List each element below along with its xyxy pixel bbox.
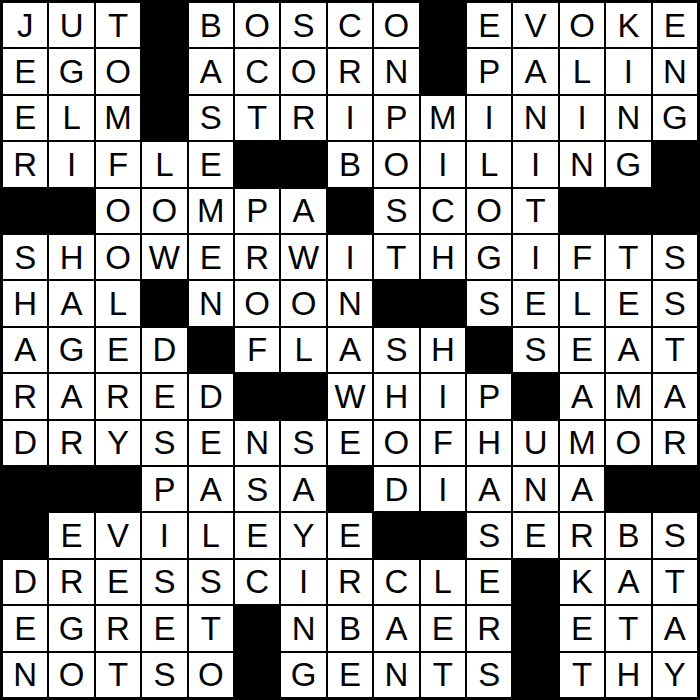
block-cell-r11c3	[96, 467, 140, 511]
letter-cell-r11c10[interactable]: I	[421, 467, 465, 511]
letter-cell-r3c12[interactable]: N	[513, 96, 557, 140]
letter-cell-r4c3[interactable]: F	[96, 142, 140, 186]
letter-cell-r1c5[interactable]: B	[189, 3, 233, 47]
block-cell-r4c6	[235, 142, 279, 186]
letter-cell-r3c10[interactable]: M	[421, 96, 465, 140]
letter-cell-r9c9[interactable]: H	[374, 374, 418, 418]
letter-cell-r3c7[interactable]: R	[281, 96, 325, 140]
letter-cell-r12c8[interactable]: E	[328, 513, 372, 557]
block-cell-r9c12	[513, 374, 557, 418]
letter-cell-r7c13[interactable]: L	[560, 281, 604, 325]
letter-cell-r12c15[interactable]: S	[653, 513, 697, 557]
letter-cell-r10c3[interactable]: Y	[96, 421, 140, 465]
letter-cell-r3c3[interactable]: M	[96, 96, 140, 140]
letter-cell-r10c4[interactable]: S	[142, 421, 186, 465]
block-cell-r8c5	[189, 328, 233, 372]
letter-cell-r7c6[interactable]: O	[235, 281, 279, 325]
letter-cell-r2c7[interactable]: O	[281, 49, 325, 93]
letter-cell-r14c7[interactable]: N	[281, 606, 325, 650]
letter-cell-r4c11[interactable]: L	[467, 142, 511, 186]
letter-cell-r2c14[interactable]: I	[606, 49, 650, 93]
block-cell-r5c8	[328, 189, 372, 233]
letter-cell-r1c9[interactable]: O	[374, 3, 418, 47]
letter-cell-r6c8[interactable]: I	[328, 235, 372, 279]
letter-cell-r15c11[interactable]: S	[467, 653, 511, 697]
letter-cell-r13c7[interactable]: I	[281, 560, 325, 604]
letter-cell-r13c6[interactable]: C	[235, 560, 279, 604]
letter-cell-r13c4[interactable]: S	[142, 560, 186, 604]
letter-cell-r5c9[interactable]: S	[374, 189, 418, 233]
letter-cell-r4c4[interactable]: L	[142, 142, 186, 186]
block-cell-r2c10	[421, 49, 465, 93]
letter-cell-r12c4[interactable]: I	[142, 513, 186, 557]
letter-cell-r4c12[interactable]: I	[513, 142, 557, 186]
letter-cell-r5c12[interactable]: T	[513, 189, 557, 233]
block-cell-r12c1	[3, 513, 47, 557]
letter-cell-r9c14[interactable]: M	[606, 374, 650, 418]
letter-cell-r3c5[interactable]: S	[189, 96, 233, 140]
letter-cell-r10c5[interactable]: E	[189, 421, 233, 465]
letter-cell-r8c4[interactable]: D	[142, 328, 186, 372]
block-cell-r13c12	[513, 560, 557, 604]
letter-cell-r3c6[interactable]: T	[235, 96, 279, 140]
letter-cell-r7c12[interactable]: E	[513, 281, 557, 325]
letter-cell-r12c5[interactable]: L	[189, 513, 233, 557]
letter-cell-r14c1[interactable]: E	[3, 606, 47, 650]
letter-cell-r14c5[interactable]: T	[189, 606, 233, 650]
letter-cell-r14c10[interactable]: E	[421, 606, 465, 650]
letter-cell-r1c14[interactable]: K	[606, 3, 650, 47]
block-cell-r15c12	[513, 653, 557, 697]
letter-cell-r10c8[interactable]: E	[328, 421, 372, 465]
letter-cell-r15c1[interactable]: N	[3, 653, 47, 697]
letter-cell-r8c12[interactable]: S	[513, 328, 557, 372]
letter-cell-r12c11[interactable]: S	[467, 513, 511, 557]
block-cell-r9c7	[281, 374, 325, 418]
letter-cell-r6c11[interactable]: G	[467, 235, 511, 279]
letter-cell-r10c2[interactable]: R	[49, 421, 93, 465]
letter-cell-r11c4[interactable]: P	[142, 467, 186, 511]
letter-cell-r8c6[interactable]: F	[235, 328, 279, 372]
letter-cell-r12c2[interactable]: E	[49, 513, 93, 557]
letter-cell-r13c15[interactable]: T	[653, 560, 697, 604]
letter-cell-r10c9[interactable]: O	[374, 421, 418, 465]
letter-cell-r14c9[interactable]: A	[374, 606, 418, 650]
letter-cell-r8c1[interactable]: A	[3, 328, 47, 372]
block-cell-r11c2	[49, 467, 93, 511]
letter-cell-r6c5[interactable]: E	[189, 235, 233, 279]
letter-cell-r6c15[interactable]: S	[653, 235, 697, 279]
letter-cell-r1c7[interactable]: S	[281, 3, 325, 47]
letter-cell-r15c15[interactable]: Y	[653, 653, 697, 697]
letter-cell-r3c11[interactable]: I	[467, 96, 511, 140]
letter-cell-r1c3[interactable]: T	[96, 3, 140, 47]
letter-cell-r3c15[interactable]: G	[653, 96, 697, 140]
letter-cell-r8c2[interactable]: G	[49, 328, 93, 372]
letter-cell-r10c7[interactable]: S	[281, 421, 325, 465]
letter-cell-r12c7[interactable]: Y	[281, 513, 325, 557]
block-cell-r5c13	[560, 189, 604, 233]
letter-cell-r11c7[interactable]: A	[281, 467, 325, 511]
letter-cell-r5c5[interactable]: M	[189, 189, 233, 233]
letter-cell-r12c12[interactable]: E	[513, 513, 557, 557]
letter-cell-r4c9[interactable]: O	[374, 142, 418, 186]
letter-cell-r13c1[interactable]: D	[3, 560, 47, 604]
letter-cell-r8c10[interactable]: H	[421, 328, 465, 372]
block-cell-r4c7	[281, 142, 325, 186]
letter-cell-r7c7[interactable]: O	[281, 281, 325, 325]
letter-cell-r14c11[interactable]: R	[467, 606, 511, 650]
letter-cell-r6c9[interactable]: T	[374, 235, 418, 279]
letter-cell-r11c5[interactable]: A	[189, 467, 233, 511]
letter-cell-r1c8[interactable]: C	[328, 3, 372, 47]
letter-cell-r14c2[interactable]: G	[49, 606, 93, 650]
block-cell-r3c4	[142, 96, 186, 140]
letter-cell-r3c14[interactable]: N	[606, 96, 650, 140]
letter-cell-r6c3[interactable]: O	[96, 235, 140, 279]
letter-cell-r4c8[interactable]: B	[328, 142, 372, 186]
letter-cell-r8c15[interactable]: T	[653, 328, 697, 372]
letter-cell-r3c2[interactable]: L	[49, 96, 93, 140]
letter-cell-r13c5[interactable]: S	[189, 560, 233, 604]
letter-cell-r3c1[interactable]: E	[3, 96, 47, 140]
letter-cell-r4c1[interactable]: R	[3, 142, 47, 186]
letter-cell-r5c6[interactable]: P	[235, 189, 279, 233]
letter-cell-r4c14[interactable]: G	[606, 142, 650, 186]
letter-cell-r5c10[interactable]: C	[421, 189, 465, 233]
letter-cell-r13c3[interactable]: E	[96, 560, 140, 604]
letter-cell-r14c13[interactable]: E	[560, 606, 604, 650]
letter-cell-r2c12[interactable]: A	[513, 49, 557, 93]
block-cell-r12c9	[374, 513, 418, 557]
letter-cell-r7c2[interactable]: A	[49, 281, 93, 325]
letter-cell-r10c12[interactable]: U	[513, 421, 557, 465]
letter-cell-r13c2[interactable]: R	[49, 560, 93, 604]
letter-cell-r7c15[interactable]: S	[653, 281, 697, 325]
letter-cell-r1c13[interactable]: O	[560, 3, 604, 47]
letter-cell-r4c5[interactable]: E	[189, 142, 233, 186]
letter-cell-r15c9[interactable]: N	[374, 653, 418, 697]
letter-cell-r4c10[interactable]: I	[421, 142, 465, 186]
letter-cell-r15c8[interactable]: E	[328, 653, 372, 697]
letter-cell-r8c8[interactable]: A	[328, 328, 372, 372]
letter-cell-r6c13[interactable]: F	[560, 235, 604, 279]
letter-cell-r12c13[interactable]: R	[560, 513, 604, 557]
block-cell-r11c14	[606, 467, 650, 511]
letter-cell-r3c9[interactable]: P	[374, 96, 418, 140]
letter-cell-r9c15[interactable]: A	[653, 374, 697, 418]
letter-cell-r8c14[interactable]: A	[606, 328, 650, 372]
letter-cell-r9c1[interactable]: R	[3, 374, 47, 418]
letter-cell-r6c6[interactable]: R	[235, 235, 279, 279]
letter-cell-r10c6[interactable]: N	[235, 421, 279, 465]
letter-cell-r1c12[interactable]: V	[513, 3, 557, 47]
block-cell-r8c11	[467, 328, 511, 372]
letter-cell-r2c8[interactable]: R	[328, 49, 372, 93]
letter-cell-r2c3[interactable]: O	[96, 49, 140, 93]
letter-cell-r9c13[interactable]: A	[560, 374, 604, 418]
letter-cell-r3c13[interactable]: I	[560, 96, 604, 140]
letter-cell-r10c11[interactable]: H	[467, 421, 511, 465]
letter-cell-r5c3[interactable]: O	[96, 189, 140, 233]
letter-cell-r6c2[interactable]: H	[49, 235, 93, 279]
letter-cell-r5c11[interactable]: O	[467, 189, 511, 233]
letter-cell-r15c10[interactable]: T	[421, 653, 465, 697]
letter-cell-r14c8[interactable]: B	[328, 606, 372, 650]
letter-cell-r2c6[interactable]: C	[235, 49, 279, 93]
letter-cell-r8c7[interactable]: L	[281, 328, 325, 372]
letter-cell-r11c11[interactable]: A	[467, 467, 511, 511]
block-cell-r1c4	[142, 3, 186, 47]
letter-cell-r14c15[interactable]: A	[653, 606, 697, 650]
letter-cell-r6c1[interactable]: S	[3, 235, 47, 279]
letter-cell-r14c14[interactable]: T	[606, 606, 650, 650]
letter-cell-r15c14[interactable]: H	[606, 653, 650, 697]
letter-cell-r2c15[interactable]: N	[653, 49, 697, 93]
letter-cell-r1c2[interactable]: U	[49, 3, 93, 47]
letter-cell-r2c2[interactable]: G	[49, 49, 93, 93]
letter-cell-r6c14[interactable]: T	[606, 235, 650, 279]
block-cell-r15c6	[235, 653, 279, 697]
block-cell-r11c15	[653, 467, 697, 511]
block-cell-r11c1	[3, 467, 47, 511]
letter-cell-r15c13[interactable]: T	[560, 653, 604, 697]
letter-cell-r5c4[interactable]: O	[142, 189, 186, 233]
letter-cell-r13c9[interactable]: C	[374, 560, 418, 604]
letter-cell-r10c15[interactable]: R	[653, 421, 697, 465]
letter-cell-r1c11[interactable]: E	[467, 3, 511, 47]
block-cell-r2c4	[142, 49, 186, 93]
letter-cell-r2c13[interactable]: L	[560, 49, 604, 93]
letter-cell-r13c8[interactable]: R	[328, 560, 372, 604]
letter-cell-r12c14[interactable]: B	[606, 513, 650, 557]
letter-cell-r7c11[interactable]: S	[467, 281, 511, 325]
letter-cell-r9c11[interactable]: P	[467, 374, 511, 418]
letter-cell-r6c12[interactable]: I	[513, 235, 557, 279]
letter-cell-r4c13[interactable]: N	[560, 142, 604, 186]
block-cell-r1c10	[421, 3, 465, 47]
letter-cell-r1c1[interactable]: J	[3, 3, 47, 47]
letter-cell-r4c2[interactable]: I	[49, 142, 93, 186]
block-cell-r7c4	[142, 281, 186, 325]
block-cell-r14c12	[513, 606, 557, 650]
letter-cell-r15c4[interactable]: S	[142, 653, 186, 697]
letter-cell-r2c5[interactable]: A	[189, 49, 233, 93]
letter-cell-r2c9[interactable]: N	[374, 49, 418, 93]
block-cell-r5c14	[606, 189, 650, 233]
letter-cell-r8c9[interactable]: S	[374, 328, 418, 372]
letter-cell-r10c10[interactable]: F	[421, 421, 465, 465]
block-cell-r5c1	[3, 189, 47, 233]
block-cell-r4c15	[653, 142, 697, 186]
letter-cell-r7c3[interactable]: L	[96, 281, 140, 325]
letter-cell-r14c3[interactable]: R	[96, 606, 140, 650]
letter-cell-r7c8[interactable]: N	[328, 281, 372, 325]
letter-cell-r6c4[interactable]: W	[142, 235, 186, 279]
letter-cell-r14c4[interactable]: E	[142, 606, 186, 650]
block-cell-r12c10	[421, 513, 465, 557]
letter-cell-r12c3[interactable]: V	[96, 513, 140, 557]
letter-cell-r2c11[interactable]: P	[467, 49, 511, 93]
letter-cell-r8c3[interactable]: E	[96, 328, 140, 372]
letter-cell-r11c13[interactable]: A	[560, 467, 604, 511]
letter-cell-r9c10[interactable]: I	[421, 374, 465, 418]
letter-cell-r9c3[interactable]: R	[96, 374, 140, 418]
crossword-grid: JUTBOSCOEVOKEEGOACORNPALINELMSTRIPMINING…	[0, 0, 700, 700]
block-cell-r7c9	[374, 281, 418, 325]
letter-cell-r1c6[interactable]: O	[235, 3, 279, 47]
letter-cell-r9c4[interactable]: E	[142, 374, 186, 418]
letter-cell-r7c14[interactable]: E	[606, 281, 650, 325]
letter-cell-r15c5[interactable]: O	[189, 653, 233, 697]
block-cell-r5c2	[49, 189, 93, 233]
letter-cell-r6c10[interactable]: H	[421, 235, 465, 279]
letter-cell-r15c3[interactable]: T	[96, 653, 140, 697]
letter-cell-r9c8[interactable]: W	[328, 374, 372, 418]
block-cell-r11c8	[328, 467, 372, 511]
block-cell-r7c10	[421, 281, 465, 325]
letter-cell-r11c6[interactable]: S	[235, 467, 279, 511]
letter-cell-r10c1[interactable]: D	[3, 421, 47, 465]
letter-cell-r10c14[interactable]: O	[606, 421, 650, 465]
letter-cell-r15c7[interactable]: G	[281, 653, 325, 697]
letter-cell-r13c11[interactable]: E	[467, 560, 511, 604]
letter-cell-r10c13[interactable]: M	[560, 421, 604, 465]
letter-cell-r11c9[interactable]: D	[374, 467, 418, 511]
letter-cell-r15c2[interactable]: O	[49, 653, 93, 697]
block-cell-r14c6	[235, 606, 279, 650]
letter-cell-r11c12[interactable]: N	[513, 467, 557, 511]
letter-cell-r6c7[interactable]: W	[281, 235, 325, 279]
letter-cell-r9c5[interactable]: D	[189, 374, 233, 418]
letter-cell-r7c1[interactable]: H	[3, 281, 47, 325]
letter-cell-r8c13[interactable]: E	[560, 328, 604, 372]
letter-cell-r1c15[interactable]: E	[653, 3, 697, 47]
letter-cell-r5c7[interactable]: A	[281, 189, 325, 233]
letter-cell-r13c14[interactable]: A	[606, 560, 650, 604]
letter-cell-r9c2[interactable]: A	[49, 374, 93, 418]
letter-cell-r7c5[interactable]: N	[189, 281, 233, 325]
block-cell-r5c15	[653, 189, 697, 233]
letter-cell-r12c6[interactable]: E	[235, 513, 279, 557]
letter-cell-r2c1[interactable]: E	[3, 49, 47, 93]
block-cell-r9c6	[235, 374, 279, 418]
letter-cell-r3c8[interactable]: I	[328, 96, 372, 140]
letter-cell-r13c13[interactable]: K	[560, 560, 604, 604]
letter-cell-r13c10[interactable]: L	[421, 560, 465, 604]
